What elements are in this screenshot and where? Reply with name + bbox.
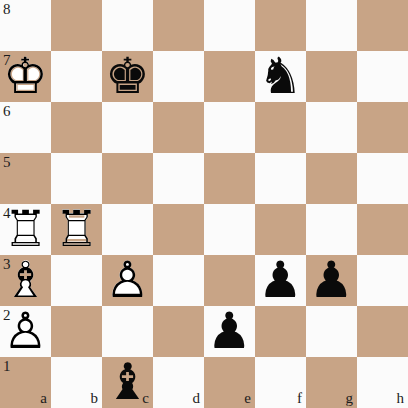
- square-e8[interactable]: [204, 0, 255, 51]
- square-d3[interactable]: [153, 255, 204, 306]
- square-f3[interactable]: ♟: [255, 255, 306, 306]
- square-b6[interactable]: [51, 102, 102, 153]
- piece-white-rook[interactable]: ♜♖: [51, 204, 102, 255]
- piece-black-pawn[interactable]: ♟: [204, 306, 255, 357]
- piece-white-bishop[interactable]: ♝♗: [0, 255, 51, 306]
- square-h7[interactable]: [357, 51, 408, 102]
- file-label-h: h: [397, 391, 405, 406]
- square-b1[interactable]: b: [51, 357, 102, 408]
- black-pawn-glyph: ♟: [204, 306, 255, 357]
- square-g8[interactable]: [306, 0, 357, 51]
- square-b8[interactable]: [51, 0, 102, 51]
- square-d6[interactable]: [153, 102, 204, 153]
- square-a5[interactable]: 5: [0, 153, 51, 204]
- white-pawn-outline-glyph: ♙: [102, 255, 153, 306]
- square-e2[interactable]: ♟: [204, 306, 255, 357]
- white-bishop-outline-glyph: ♗: [0, 255, 51, 306]
- square-g4[interactable]: [306, 204, 357, 255]
- square-g6[interactable]: [306, 102, 357, 153]
- square-c8[interactable]: [102, 0, 153, 51]
- square-g5[interactable]: [306, 153, 357, 204]
- piece-white-king[interactable]: ♚♔: [0, 51, 51, 102]
- square-e5[interactable]: [204, 153, 255, 204]
- square-c3[interactable]: ♟♙: [102, 255, 153, 306]
- square-d1[interactable]: d: [153, 357, 204, 408]
- square-g2[interactable]: [306, 306, 357, 357]
- black-bishop-glyph: ♝: [102, 357, 153, 408]
- black-pawn-glyph: ♟: [306, 255, 357, 306]
- square-h8[interactable]: [357, 0, 408, 51]
- square-a7[interactable]: 7♚♔: [0, 51, 51, 102]
- file-label-a: a: [40, 391, 47, 406]
- square-a1[interactable]: 1a: [0, 357, 51, 408]
- piece-black-pawn[interactable]: ♟: [255, 255, 306, 306]
- rank-label-5: 5: [3, 155, 11, 170]
- square-d4[interactable]: [153, 204, 204, 255]
- square-f1[interactable]: f: [255, 357, 306, 408]
- piece-black-bishop[interactable]: ♝: [102, 357, 153, 408]
- square-e3[interactable]: [204, 255, 255, 306]
- square-d7[interactable]: [153, 51, 204, 102]
- square-h2[interactable]: [357, 306, 408, 357]
- chess-board-wrapper: 87♚♔♚♞654♜♖♜♖3♝♗♟♙♟♟2♟♙♟1abc♝defgh: [0, 0, 408, 408]
- square-b7[interactable]: [51, 51, 102, 102]
- square-f7[interactable]: ♞: [255, 51, 306, 102]
- square-a6[interactable]: 6: [0, 102, 51, 153]
- piece-white-rook[interactable]: ♜♖: [0, 204, 51, 255]
- piece-white-pawn[interactable]: ♟♙: [102, 255, 153, 306]
- square-d8[interactable]: [153, 0, 204, 51]
- rank-label-6: 6: [3, 104, 11, 119]
- piece-black-king[interactable]: ♚: [102, 51, 153, 102]
- square-f5[interactable]: [255, 153, 306, 204]
- square-b3[interactable]: [51, 255, 102, 306]
- white-king-outline-glyph: ♔: [0, 51, 51, 102]
- rank-label-8: 8: [3, 2, 11, 17]
- white-pawn-outline-glyph: ♙: [0, 306, 51, 357]
- square-e6[interactable]: [204, 102, 255, 153]
- square-d5[interactable]: [153, 153, 204, 204]
- square-g7[interactable]: [306, 51, 357, 102]
- file-label-d: d: [193, 391, 201, 406]
- square-e4[interactable]: [204, 204, 255, 255]
- black-knight-glyph: ♞: [255, 51, 306, 102]
- square-f2[interactable]: [255, 306, 306, 357]
- square-g1[interactable]: g: [306, 357, 357, 408]
- square-b2[interactable]: [51, 306, 102, 357]
- square-b5[interactable]: [51, 153, 102, 204]
- piece-black-knight[interactable]: ♞: [255, 51, 306, 102]
- white-rook-outline-glyph: ♖: [0, 204, 51, 255]
- square-c6[interactable]: [102, 102, 153, 153]
- square-f4[interactable]: [255, 204, 306, 255]
- square-a4[interactable]: 4♜♖: [0, 204, 51, 255]
- square-h3[interactable]: [357, 255, 408, 306]
- square-a2[interactable]: 2♟♙: [0, 306, 51, 357]
- file-label-g: g: [346, 391, 354, 406]
- square-h1[interactable]: h: [357, 357, 408, 408]
- square-c4[interactable]: [102, 204, 153, 255]
- square-h5[interactable]: [357, 153, 408, 204]
- piece-white-pawn[interactable]: ♟♙: [0, 306, 51, 357]
- square-d2[interactable]: [153, 306, 204, 357]
- black-king-glyph: ♚: [102, 51, 153, 102]
- square-c1[interactable]: c♝: [102, 357, 153, 408]
- square-c7[interactable]: ♚: [102, 51, 153, 102]
- square-c5[interactable]: [102, 153, 153, 204]
- chess-board: 87♚♔♚♞654♜♖♜♖3♝♗♟♙♟♟2♟♙♟1abc♝defgh: [0, 0, 408, 408]
- square-g3[interactable]: ♟: [306, 255, 357, 306]
- black-pawn-glyph: ♟: [255, 255, 306, 306]
- square-b4[interactable]: ♜♖: [51, 204, 102, 255]
- file-label-e: e: [244, 391, 251, 406]
- square-e7[interactable]: [204, 51, 255, 102]
- square-e1[interactable]: e: [204, 357, 255, 408]
- piece-black-pawn[interactable]: ♟: [306, 255, 357, 306]
- square-f6[interactable]: [255, 102, 306, 153]
- square-h6[interactable]: [357, 102, 408, 153]
- file-label-f: f: [297, 391, 302, 406]
- rank-label-1: 1: [3, 359, 11, 374]
- square-a3[interactable]: 3♝♗: [0, 255, 51, 306]
- square-a8[interactable]: 8: [0, 0, 51, 51]
- white-rook-outline-glyph: ♖: [51, 204, 102, 255]
- square-f8[interactable]: [255, 0, 306, 51]
- square-c2[interactable]: [102, 306, 153, 357]
- file-label-b: b: [91, 391, 99, 406]
- square-h4[interactable]: [357, 204, 408, 255]
